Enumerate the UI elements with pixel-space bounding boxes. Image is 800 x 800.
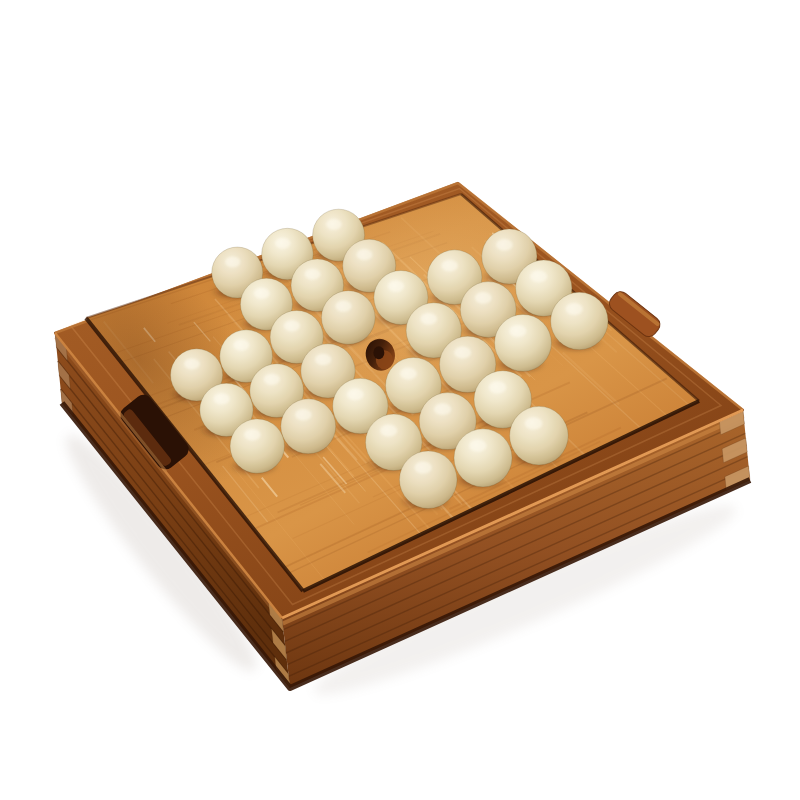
peg[interactable] xyxy=(321,291,376,347)
peg[interactable] xyxy=(453,429,512,489)
peg[interactable] xyxy=(509,406,568,467)
peg[interactable] xyxy=(550,292,608,352)
product-photo xyxy=(0,0,800,800)
peg[interactable] xyxy=(280,399,336,456)
peg[interactable] xyxy=(229,419,284,476)
peg-solitaire-board xyxy=(0,0,800,800)
peg[interactable] xyxy=(494,314,552,373)
peg[interactable] xyxy=(399,451,457,511)
